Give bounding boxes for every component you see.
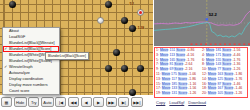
menu-tooltip: BlunderList[Black][Score]: [45, 52, 89, 60]
score-value: -1.26: [233, 91, 242, 95]
forward-10-button[interactable]: ▶▶: [106, 97, 117, 107]
menu-item-label: Display move numbers: [9, 83, 48, 87]
move-number: 117: [170, 77, 178, 81]
score-token: Score: [178, 91, 187, 95]
winrate-graph-canvas: [154, 0, 250, 46]
first-move-button[interactable]: |◀: [55, 97, 66, 107]
black-stone: [113, 49, 120, 56]
score-value: -2.64: [183, 62, 192, 66]
playback-toolbar: ▦HideTryAuto|◀◀◀◀▶▶▶▶|▶▶|: [1, 97, 153, 107]
loadsgf-link[interactable]: LoadSgf: [169, 100, 184, 105]
move-token: Move: [162, 72, 171, 76]
entry-index: 11:: [156, 72, 162, 76]
score-token: Score: [178, 72, 187, 76]
end-button[interactable]: ▶▶|: [131, 97, 143, 107]
score-value: -1.76: [231, 58, 240, 62]
copy-link[interactable]: Copy: [156, 100, 165, 105]
white-stone: [97, 17, 104, 24]
score-value: -0.86: [185, 48, 194, 52]
winrate-graph[interactable]: 52.2: [154, 0, 250, 46]
black-stone: [105, 65, 112, 72]
blunder-list-table: 1: Move 151 Score -0.862: Move 181 Score…: [154, 47, 248, 98]
entry-index: 14:: [202, 77, 208, 81]
score-value: -1.86: [187, 77, 196, 81]
move-number: 175: [170, 72, 178, 76]
score-value: -1.86: [233, 72, 242, 76]
blunder-entry-move-105[interactable]: 20: Move 105 Score -1.26: [201, 91, 247, 96]
try-button[interactable]: Try: [28, 97, 39, 107]
entry-index: 16:: [202, 82, 208, 86]
black-stone: [129, 25, 136, 32]
black-stone: [121, 17, 128, 24]
score-value: -1.46: [231, 82, 240, 86]
entry-index: 18:: [202, 86, 208, 90]
score-token: Score: [178, 77, 187, 81]
score-value: -1.76: [233, 77, 242, 81]
back-button[interactable]: ◀: [81, 97, 92, 107]
cursor-marker: [206, 18, 208, 20]
score-value: -1.56: [187, 86, 196, 90]
score-token: Score: [224, 72, 233, 76]
score-token: Score: [178, 86, 187, 90]
score-token: Score: [224, 91, 233, 95]
score-value: -1.26: [231, 67, 240, 71]
menu-item-label: BlunderList[Black][Score]: [9, 47, 51, 51]
menu-item-label: Display coordination: [9, 77, 43, 81]
black-stone: [9, 1, 16, 8]
download-link[interactable]: Download: [188, 100, 206, 105]
black-stone: [105, 1, 112, 8]
last-move-button[interactable]: ▶|: [118, 97, 129, 107]
forward-button[interactable]: ▶: [93, 97, 104, 107]
score-value: -1.06: [187, 72, 196, 76]
move-number-label: 52: [129, 2, 134, 6]
table-row: 19: Move 131 Score -1.2620: Move 105 Sco…: [155, 91, 247, 96]
entry-index: 20:: [202, 91, 208, 95]
app-window: 52128 AboutLoadSGFBlunderList[Black][Win…: [0, 0, 250, 110]
black-stone: [129, 89, 136, 96]
entry-index: 12:: [202, 72, 208, 76]
current-move-marker: [139, 11, 142, 14]
score-value: -1.56: [231, 48, 240, 52]
entry-index: 15:: [156, 82, 162, 86]
score-value: -1.26: [187, 91, 196, 95]
score-value: -1.76: [185, 58, 194, 62]
hide-button[interactable]: Hide: [14, 97, 27, 107]
winrate-value-label: 52.2: [209, 12, 217, 17]
menu-item-label: BlunderList[Black][Winrate]: [9, 41, 55, 45]
entry-index: 13:: [156, 77, 162, 81]
menu-item-label: About: [9, 29, 19, 33]
back-10-button[interactable]: ◀◀: [68, 97, 79, 107]
board-button[interactable]: ▦: [1, 97, 12, 107]
move-number-label: 128: [137, 26, 145, 30]
score-token: Score: [176, 53, 185, 57]
move-number: 113: [168, 53, 176, 57]
black-stone: [121, 65, 128, 72]
menu-item-label: Count score: [9, 89, 29, 93]
analysis-panel: 52.2 1: Move 151 Score -0.862: Move 181 …: [154, 0, 250, 110]
menu-item-label: WinrateGraph: [9, 65, 33, 69]
score-token: Score: [178, 82, 187, 86]
entry-index: 10:: [202, 67, 208, 71]
black-stone: [137, 65, 144, 72]
auto-button[interactable]: Auto: [41, 97, 54, 107]
menu-item-label: Autoanalyze: [9, 71, 30, 75]
score-token: Score: [224, 86, 233, 90]
entry-index: 17:: [156, 86, 162, 90]
score-value: -4.46: [231, 53, 240, 57]
menu-item-count-score[interactable]: Count score: [3, 88, 59, 94]
score-token: Score: [224, 77, 233, 81]
context-menu: AboutLoadSGFBlunderList[Black][Winrate]✓…: [2, 27, 60, 95]
score-value: -1.46: [233, 86, 242, 90]
score-value: -2.16: [183, 67, 192, 71]
menu-item-label: LoadSGF: [9, 35, 25, 39]
entry-index: 19:: [156, 91, 162, 95]
blunder-entry-move-131[interactable]: 19: Move 131 Score -1.26: [155, 91, 201, 96]
table-links: CopyLoadSgfDownload: [156, 100, 206, 105]
score-value: -4.16: [185, 53, 194, 57]
score-value: -1.16: [187, 82, 196, 86]
score-value: -1.36: [231, 62, 240, 66]
